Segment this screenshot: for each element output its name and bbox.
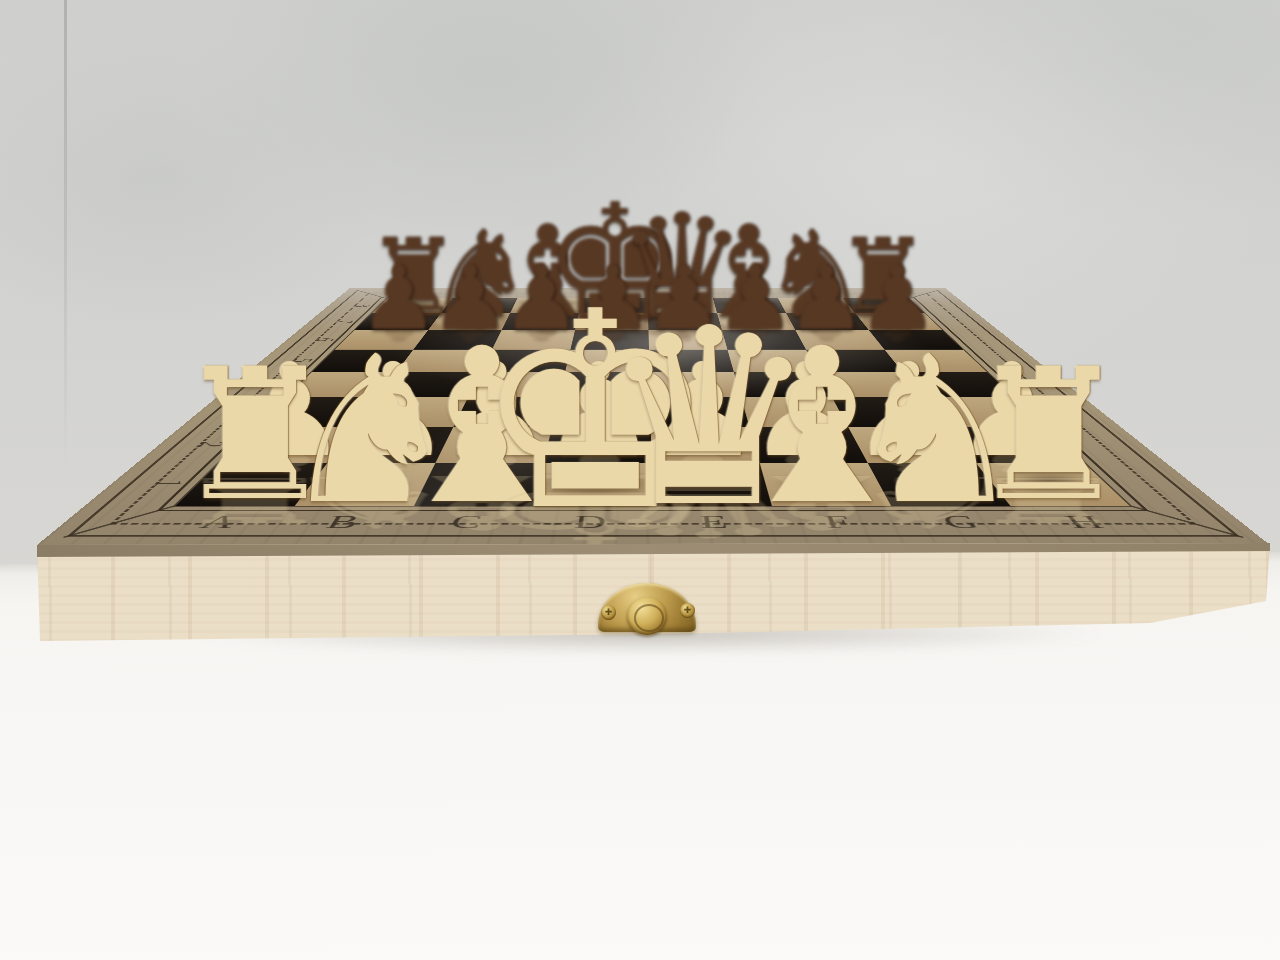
screw-icon: ✚ xyxy=(601,605,616,620)
wall-corner-line xyxy=(64,0,67,470)
screw-icon: ✚ xyxy=(680,603,695,618)
photo-stage: ABCDEFGH 12345678 ✚ ✚ ♜♜♞♞♝♝♚♚♛♛♝♝♞♞♜♜♟♟… xyxy=(0,0,1280,960)
clasp-knob xyxy=(627,597,667,635)
brass-clasp: ✚ ✚ xyxy=(598,583,696,635)
